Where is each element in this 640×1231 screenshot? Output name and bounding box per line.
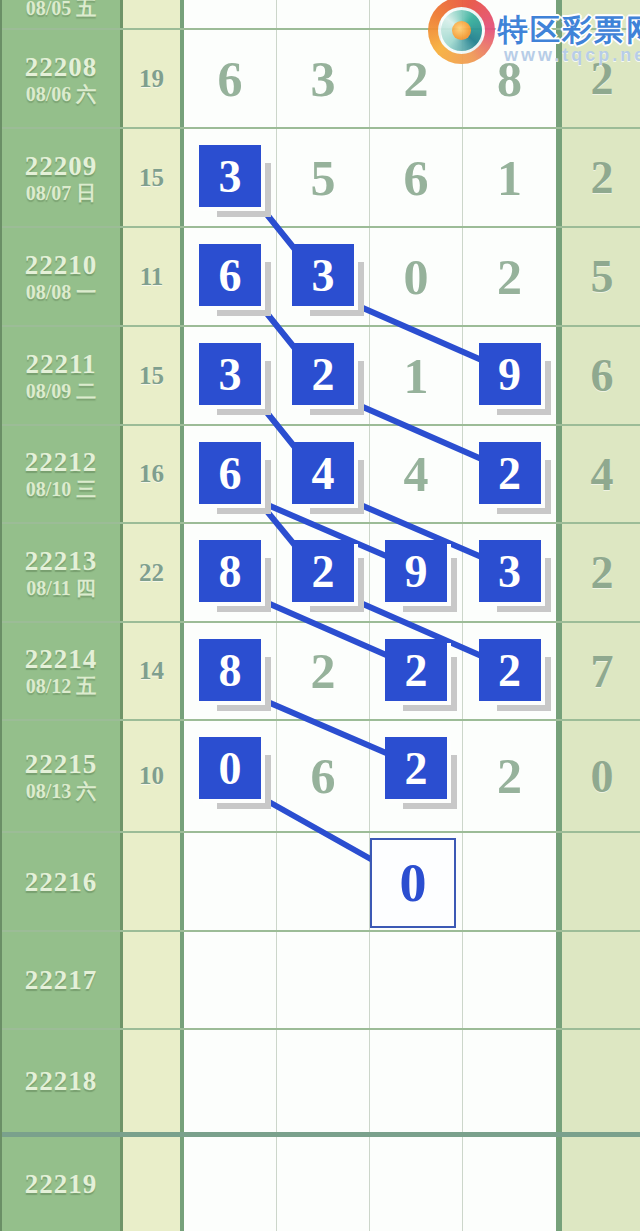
digit: 3 (498, 545, 521, 598)
table-row: 22209 08/07 日 15 3 5 6 1 2 (2, 129, 640, 228)
sum-cell: 15 (123, 327, 184, 424)
tail-cell: 4 (556, 426, 640, 522)
digit-cell: 2 (463, 228, 556, 325)
digit-cell: 2 (463, 721, 556, 831)
site-url: www.tqcp.net (504, 45, 640, 66)
period-number: 22210 (25, 250, 98, 280)
table-row: 22212 08/10 三 16 6 4 4 2 4 (2, 426, 640, 524)
sum-cell (123, 833, 184, 930)
digit: 2 (312, 348, 335, 401)
sum-cell: 15 (123, 129, 184, 226)
digit: 4 (404, 445, 429, 503)
site-logo[interactable]: 特区彩票网 www.tqcp.net (428, 0, 640, 72)
digit: 6 (219, 447, 242, 500)
highlighted-digit-box: 4 (292, 442, 354, 504)
period-number: 22216 (25, 867, 98, 897)
highlighted-digit-box: 9 (479, 343, 541, 405)
digit-cell: 3 (184, 129, 277, 226)
highlighted-digit-box: 3 (292, 244, 354, 306)
draw-date: 08/11 四 (26, 576, 95, 600)
sum-cell: 22 (123, 524, 184, 621)
digit-cell: 2 (277, 524, 370, 621)
sum-value: 22 (139, 559, 164, 587)
digit: 2 (405, 742, 428, 795)
tail-digit: 7 (591, 645, 614, 698)
digit-cell (277, 1137, 370, 1231)
digit-cell: 1 (370, 327, 463, 424)
table-row: 22217 (2, 932, 640, 1030)
digit: 3 (219, 348, 242, 401)
digit-cell (184, 932, 277, 1028)
swirl-logo-icon (428, 0, 495, 64)
digit-cell: 6 (184, 228, 277, 325)
table-row: 22213 08/11 四 22 8 2 9 3 2 (2, 524, 640, 623)
digit: 2 (404, 50, 429, 108)
highlighted-digit-box: 2 (385, 737, 447, 799)
table-row: 22211 08/09 二 15 3 2 1 9 6 (2, 327, 640, 426)
draw-date: 08/13 六 (26, 779, 97, 803)
digit: 3 (311, 50, 336, 108)
digit: 3 (219, 150, 242, 203)
digit-cell (184, 833, 277, 930)
digit: 5 (311, 149, 336, 207)
digit-cell: 8 (184, 524, 277, 621)
digit: 8 (219, 545, 242, 598)
digit-cell: 9 (370, 524, 463, 621)
sum-cell: 10 (123, 721, 184, 831)
sum-cell (123, 0, 184, 28)
period-cell: 22215 08/13 六 (2, 721, 123, 831)
digit: 0 (400, 852, 427, 914)
period-cell: 22217 (2, 932, 123, 1028)
sum-cell (123, 1030, 184, 1132)
table-row: 22216 0 (2, 833, 640, 932)
highlighted-digit-box: 3 (199, 145, 261, 207)
table-row: 22214 08/12 五 14 8 2 2 2 7 (2, 623, 640, 721)
tail-cell: 7 (556, 623, 640, 719)
draw-date: 08/10 三 (26, 477, 97, 501)
digit-cell (463, 1030, 556, 1132)
digit-cell: 1 (463, 129, 556, 226)
digit-cell (370, 932, 463, 1028)
period-cell: 22209 08/07 日 (2, 129, 123, 226)
tail-cell (556, 1137, 640, 1231)
digit-cell: 3 (463, 524, 556, 621)
digit: 9 (498, 348, 521, 401)
highlighted-digit-box: 0 (199, 737, 261, 799)
digit-cell: 6 (184, 426, 277, 522)
period-number: 22217 (25, 965, 98, 995)
table-row: 22215 08/13 六 10 0 6 2 2 0 (2, 721, 640, 833)
period-cell: 22219 (2, 1137, 123, 1231)
digit-cell: 8 (184, 623, 277, 719)
highlighted-digit-box: 8 (199, 540, 261, 602)
sum-cell (123, 1137, 184, 1231)
draw-date: 08/12 五 (26, 674, 97, 698)
table-row: 22210 08/08 一 11 6 3 0 2 5 (2, 228, 640, 327)
period-cell: 22212 08/10 三 (2, 426, 123, 522)
tail-digit: 5 (591, 250, 614, 303)
digit-cell: 3 (184, 327, 277, 424)
highlighted-digit-box: 9 (385, 540, 447, 602)
sum-value: 19 (139, 65, 164, 93)
highlighted-digit-box: 2 (292, 540, 354, 602)
highlighted-digit-box: 3 (479, 540, 541, 602)
period-number: 22215 (25, 749, 98, 779)
digit: 6 (218, 50, 243, 108)
tail-cell (556, 1030, 640, 1132)
digit-cell (463, 1137, 556, 1231)
highlighted-digit-box: 2 (479, 442, 541, 504)
sum-cell: 11 (123, 228, 184, 325)
digit-cell: 4 (370, 426, 463, 522)
tail-digit: 0 (591, 750, 614, 803)
digit-cell (277, 1030, 370, 1132)
period-cell: 22211 08/09 二 (2, 327, 123, 424)
digit: 2 (311, 642, 336, 700)
digit: 0 (404, 248, 429, 306)
digit-cell: 5 (277, 129, 370, 226)
digit-cell (370, 1030, 463, 1132)
table-row: 22218 (2, 1030, 640, 1132)
draw-date: 08/08 一 (26, 280, 97, 304)
highlighted-digit-box: 2 (385, 639, 447, 701)
swirl-core-dot (452, 21, 471, 40)
period-number: 22218 (25, 1066, 98, 1096)
table-row: 22219 (2, 1132, 640, 1231)
sum-value: 14 (139, 657, 164, 685)
tail-cell (556, 932, 640, 1028)
digit-cell: 3 (277, 30, 370, 127)
sum-cell: 14 (123, 623, 184, 719)
highlighted-digit-box: 6 (199, 244, 261, 306)
period-number: 22211 (25, 349, 96, 379)
draw-date: 08/09 二 (26, 379, 97, 403)
digit: 2 (498, 447, 521, 500)
tail-cell: 6 (556, 327, 640, 424)
period-cell: 22218 (2, 1030, 123, 1132)
sum-cell (123, 932, 184, 1028)
digit: 6 (404, 149, 429, 207)
tail-cell: 2 (556, 129, 640, 226)
digit-cell: 9 (463, 327, 556, 424)
digit: 1 (497, 149, 522, 207)
tail-digit: 2 (591, 151, 614, 204)
digit-cell (463, 833, 556, 930)
digit: 2 (498, 644, 521, 697)
period-cell: 22216 (2, 833, 123, 930)
draw-date: 08/05 五 (26, 0, 97, 20)
digit-cell (184, 0, 277, 28)
digit-cell (277, 0, 370, 28)
digit-cell: 0 (370, 228, 463, 325)
sum-value: 16 (139, 460, 164, 488)
digit-cell (277, 833, 370, 930)
digit: 3 (312, 249, 335, 302)
sum-value: 11 (140, 263, 164, 291)
period-cell: 22208 08/06 六 (2, 30, 123, 127)
period-number: 22219 (25, 1169, 98, 1199)
digit-cell: 6 (277, 721, 370, 831)
digit: 0 (219, 742, 242, 795)
highlighted-digit-box: 8 (199, 639, 261, 701)
digit-cell: 4 (277, 426, 370, 522)
digit-cell (370, 1137, 463, 1231)
digit: 6 (219, 249, 242, 302)
digit: 8 (219, 644, 242, 697)
digit-cell: 6 (184, 30, 277, 127)
period-number: 22212 (25, 447, 98, 477)
digit: 2 (312, 545, 335, 598)
digit-cell: 3 (277, 228, 370, 325)
tail-digit: 4 (591, 448, 614, 501)
digit-cell: 2 (370, 623, 463, 719)
sum-cell: 16 (123, 426, 184, 522)
digit: 1 (404, 347, 429, 405)
sum-value: 15 (139, 164, 164, 192)
digit-cell (463, 932, 556, 1028)
digit: 9 (405, 545, 428, 598)
digit-cell (277, 932, 370, 1028)
tail-cell: 0 (556, 721, 640, 831)
digit-cell: 2 (277, 327, 370, 424)
sum-value: 10 (139, 762, 164, 790)
highlighted-digit-box: 6 (199, 442, 261, 504)
digit-cell: 2 (370, 721, 463, 831)
period-cell: 22210 08/08 一 (2, 228, 123, 325)
highlighted-digit-box: 3 (199, 343, 261, 405)
digit-cell: 2 (463, 623, 556, 719)
tail-cell: 5 (556, 228, 640, 325)
highlighted-digit-box: 2 (292, 343, 354, 405)
digit-cell: 6 (370, 129, 463, 226)
lottery-trend-chart: 08/05 五 22208 08/06 六 19 6 3 2 8 2 22209… (0, 0, 640, 1231)
digit: 2 (497, 747, 522, 805)
digit: 4 (312, 447, 335, 500)
draw-date: 08/06 六 (26, 82, 97, 106)
period-cell: 22214 08/12 五 (2, 623, 123, 719)
digit-cell (184, 1137, 277, 1231)
draw-date: 08/07 日 (26, 181, 97, 205)
period-number: 22213 (25, 546, 98, 576)
digit-cell: 2 (277, 623, 370, 719)
tail-cell: 2 (556, 524, 640, 621)
period-cell: 08/05 五 (2, 0, 123, 28)
digit: 2 (405, 644, 428, 697)
tail-cell (556, 833, 640, 930)
period-number: 22209 (25, 151, 98, 181)
sum-cell: 19 (123, 30, 184, 127)
period-number: 22208 (25, 52, 98, 82)
digit-cell: 0 (184, 721, 277, 831)
predicted-digit-box: 0 (370, 838, 456, 928)
digit: 2 (497, 248, 522, 306)
digit-cell: 0 (370, 833, 463, 930)
tail-digit: 2 (591, 546, 614, 599)
period-cell: 22213 08/11 四 (2, 524, 123, 621)
period-number: 22214 (25, 644, 98, 674)
digit: 6 (311, 747, 336, 805)
highlighted-digit-box: 2 (479, 639, 541, 701)
sum-value: 15 (139, 362, 164, 390)
digit-cell: 2 (463, 426, 556, 522)
digit-cell (184, 1030, 277, 1132)
tail-digit: 6 (591, 349, 614, 402)
